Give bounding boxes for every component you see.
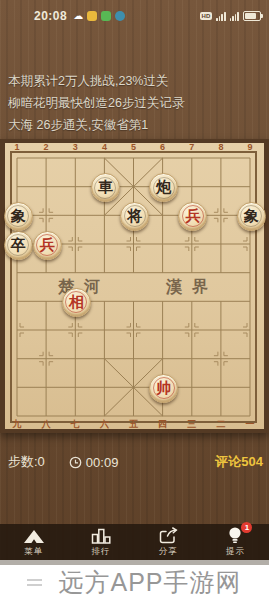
nav-item-ranking[interactable]: 排行	[67, 524, 134, 560]
challenge-info-line2: 柳暗花明最快创造26步过关记录	[8, 92, 265, 114]
piece-red-soldier-right[interactable]: 兵	[178, 202, 207, 231]
app-notification-icon-green	[101, 11, 111, 21]
banner-text: 远方APP手游网	[58, 566, 241, 599]
app-notification-icon-yellow	[87, 11, 97, 21]
battery-icon	[243, 11, 261, 21]
app-notification-icon-teal	[115, 11, 125, 21]
file-label-bottom-7: 三	[187, 419, 196, 429]
comments-button[interactable]: 评论504	[215, 453, 263, 471]
timer-value: 00:09	[86, 455, 119, 470]
ad-banner[interactable]: 远方APP手游网	[0, 565, 269, 600]
file-label-bottom-9: 一	[246, 419, 255, 429]
file-label-bottom-4: 六	[100, 419, 109, 429]
clock-icon	[69, 456, 82, 469]
file-label-top-4: 4	[102, 142, 107, 152]
board[interactable]: 楚河 漢界 123456789九八七六五四三二一車炮象将兵象卒兵相帅	[0, 139, 269, 433]
challenge-info-line1: 本期累计2万人挑战,23%过关	[8, 70, 265, 92]
piece-red-elephant[interactable]: 相	[62, 288, 91, 317]
nav-item-share[interactable]: 分享	[135, 524, 202, 560]
file-label-top-5: 5	[131, 142, 136, 152]
file-label-bottom-8: 二	[216, 419, 225, 429]
file-label-top-6: 6	[160, 142, 165, 152]
ranking-bar-chart-icon	[91, 526, 111, 544]
game-status-row: 步数:0 00:09 评论504	[0, 452, 269, 472]
nav-label-ranking: 排行	[91, 546, 110, 558]
file-label-top-2: 2	[44, 142, 49, 152]
file-label-bottom-1: 九	[13, 419, 22, 429]
nav-label-menu: 菜单	[24, 546, 43, 558]
nav-label-hint: 提示	[226, 546, 245, 558]
signal-icon-sim2	[230, 11, 239, 21]
menu-icon	[23, 526, 45, 544]
signal-icon-sim1	[216, 11, 225, 21]
file-label-bottom-2: 八	[42, 419, 51, 429]
notification-icons: ☁	[73, 11, 125, 21]
file-label-top-9: 9	[247, 142, 252, 152]
board-grid	[0, 139, 269, 433]
file-label-top-3: 3	[73, 142, 78, 152]
piece-red-general[interactable]: 帅	[149, 374, 178, 403]
status-bar: 20:08 ☁ HD	[0, 6, 269, 26]
hint-badge: 1	[241, 522, 252, 533]
piece-black-elephant-right[interactable]: 象	[237, 202, 266, 231]
piece-black-soldier[interactable]: 卒	[4, 231, 33, 260]
river-label-right: 漢界	[166, 277, 218, 298]
piece-black-general[interactable]: 将	[120, 202, 149, 231]
file-label-top-8: 8	[218, 142, 223, 152]
challenge-info: 本期累计2万人挑战,23%过关 柳暗花明最快创造26步过关记录 大海 26步通关…	[8, 70, 265, 136]
challenge-info-line3: 大海 26步通关,安徽省第1	[8, 114, 265, 136]
banner-menu-icon	[27, 579, 42, 586]
status-time: 20:08	[34, 9, 67, 23]
nav-item-hint[interactable]: 1 提示	[202, 524, 269, 560]
bottom-nav: 菜单 排行 分享	[0, 524, 269, 560]
nav-item-menu[interactable]: 菜单	[0, 524, 67, 560]
file-label-top-1: 1	[14, 142, 19, 152]
piece-red-soldier-left[interactable]: 兵	[33, 231, 62, 260]
piece-black-chariot[interactable]: 車	[91, 173, 120, 202]
file-label-bottom-5: 五	[129, 419, 138, 429]
hint-lightbulb-icon: 1	[227, 526, 243, 544]
volte-hd-icon: HD	[200, 12, 213, 20]
share-icon	[159, 526, 178, 544]
file-label-top-7: 7	[189, 142, 194, 152]
system-icons: HD	[200, 11, 261, 21]
move-counter: 步数:0	[8, 453, 45, 471]
app-screen: 20:08 ☁ HD 本期累计2万人挑战,23%过关 柳暗花明最快创造26步过关…	[0, 0, 269, 600]
piece-black-elephant-left[interactable]: 象	[4, 202, 33, 231]
file-label-bottom-3: 七	[71, 419, 80, 429]
weather-cloud-icon: ☁	[73, 11, 83, 21]
file-label-bottom-6: 四	[158, 419, 167, 429]
timer: 00:09	[69, 455, 119, 470]
nav-label-share: 分享	[159, 546, 178, 558]
